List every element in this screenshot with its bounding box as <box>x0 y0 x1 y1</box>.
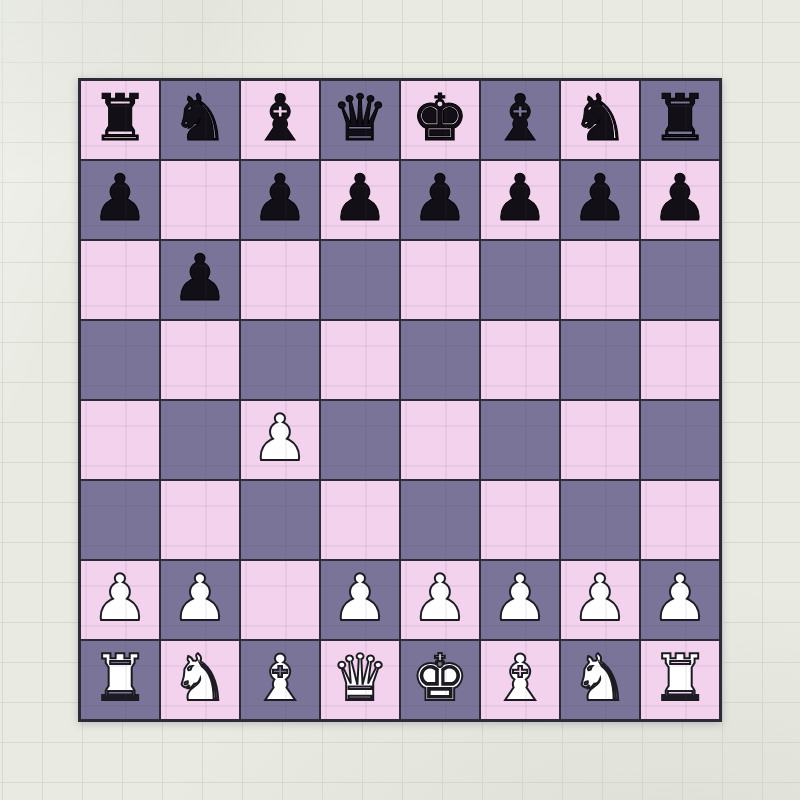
piece-white-knight: ♞ <box>171 646 228 710</box>
piece-black-pawn: ♟ <box>171 246 228 310</box>
chess-board: ♜♞♝♛♚♝♞♜♟♟♟♟♟♟♟♟♟♟♟♟♟♟♟♟♜♞♝♛♚♝♞♜ <box>78 78 722 722</box>
square-b5[interactable] <box>161 321 239 399</box>
piece-white-knight: ♞ <box>571 646 628 710</box>
square-e8[interactable]: ♚ <box>401 81 479 159</box>
square-c1[interactable]: ♝ <box>241 641 319 719</box>
square-a5[interactable] <box>81 321 159 399</box>
square-b2[interactable]: ♟ <box>161 561 239 639</box>
square-b4[interactable] <box>161 401 239 479</box>
square-b6[interactable]: ♟ <box>161 241 239 319</box>
square-a2[interactable]: ♟ <box>81 561 159 639</box>
square-h8[interactable]: ♜ <box>641 81 719 159</box>
piece-white-rook: ♜ <box>651 646 708 710</box>
square-f2[interactable]: ♟ <box>481 561 559 639</box>
square-d8[interactable]: ♛ <box>321 81 399 159</box>
square-h2[interactable]: ♟ <box>641 561 719 639</box>
piece-white-pawn: ♟ <box>571 566 628 630</box>
square-f7[interactable]: ♟ <box>481 161 559 239</box>
square-c2[interactable] <box>241 561 319 639</box>
square-g6[interactable] <box>561 241 639 319</box>
piece-black-king: ♚ <box>411 86 468 150</box>
piece-white-pawn: ♟ <box>251 406 308 470</box>
piece-white-pawn: ♟ <box>491 566 548 630</box>
piece-white-bishop: ♝ <box>251 646 308 710</box>
piece-white-pawn: ♟ <box>91 566 148 630</box>
square-f6[interactable] <box>481 241 559 319</box>
piece-black-pawn: ♟ <box>651 166 708 230</box>
square-e5[interactable] <box>401 321 479 399</box>
square-g5[interactable] <box>561 321 639 399</box>
square-h3[interactable] <box>641 481 719 559</box>
square-g4[interactable] <box>561 401 639 479</box>
square-g1[interactable]: ♞ <box>561 641 639 719</box>
square-a3[interactable] <box>81 481 159 559</box>
piece-white-king: ♚ <box>411 646 468 710</box>
square-b7[interactable] <box>161 161 239 239</box>
square-a6[interactable] <box>81 241 159 319</box>
square-c3[interactable] <box>241 481 319 559</box>
square-f5[interactable] <box>481 321 559 399</box>
square-h7[interactable]: ♟ <box>641 161 719 239</box>
square-a4[interactable] <box>81 401 159 479</box>
piece-black-rook: ♜ <box>91 86 148 150</box>
square-d7[interactable]: ♟ <box>321 161 399 239</box>
piece-black-pawn: ♟ <box>331 166 388 230</box>
square-d5[interactable] <box>321 321 399 399</box>
piece-black-knight: ♞ <box>171 86 228 150</box>
piece-white-pawn: ♟ <box>171 566 228 630</box>
square-d6[interactable] <box>321 241 399 319</box>
square-d2[interactable]: ♟ <box>321 561 399 639</box>
square-a7[interactable]: ♟ <box>81 161 159 239</box>
piece-white-pawn: ♟ <box>331 566 388 630</box>
piece-black-pawn: ♟ <box>91 166 148 230</box>
square-h1[interactable]: ♜ <box>641 641 719 719</box>
piece-white-rook: ♜ <box>91 646 148 710</box>
square-g8[interactable]: ♞ <box>561 81 639 159</box>
square-b1[interactable]: ♞ <box>161 641 239 719</box>
square-g2[interactable]: ♟ <box>561 561 639 639</box>
piece-black-knight: ♞ <box>571 86 628 150</box>
piece-white-bishop: ♝ <box>491 646 548 710</box>
square-e1[interactable]: ♚ <box>401 641 479 719</box>
square-b3[interactable] <box>161 481 239 559</box>
piece-black-bishop: ♝ <box>251 86 308 150</box>
square-b8[interactable]: ♞ <box>161 81 239 159</box>
piece-white-pawn: ♟ <box>651 566 708 630</box>
piece-white-queen: ♛ <box>331 646 388 710</box>
square-f8[interactable]: ♝ <box>481 81 559 159</box>
square-c7[interactable]: ♟ <box>241 161 319 239</box>
square-h5[interactable] <box>641 321 719 399</box>
square-d1[interactable]: ♛ <box>321 641 399 719</box>
square-f1[interactable]: ♝ <box>481 641 559 719</box>
square-d4[interactable] <box>321 401 399 479</box>
piece-white-pawn: ♟ <box>411 566 468 630</box>
square-a8[interactable]: ♜ <box>81 81 159 159</box>
square-e4[interactable] <box>401 401 479 479</box>
square-c6[interactable] <box>241 241 319 319</box>
square-g7[interactable]: ♟ <box>561 161 639 239</box>
square-e2[interactable]: ♟ <box>401 561 479 639</box>
piece-black-bishop: ♝ <box>491 86 548 150</box>
piece-black-pawn: ♟ <box>251 166 308 230</box>
square-e7[interactable]: ♟ <box>401 161 479 239</box>
square-h4[interactable] <box>641 401 719 479</box>
square-e3[interactable] <box>401 481 479 559</box>
square-c5[interactable] <box>241 321 319 399</box>
piece-black-rook: ♜ <box>651 86 708 150</box>
square-h6[interactable] <box>641 241 719 319</box>
square-c8[interactable]: ♝ <box>241 81 319 159</box>
square-a1[interactable]: ♜ <box>81 641 159 719</box>
piece-black-pawn: ♟ <box>411 166 468 230</box>
piece-black-queen: ♛ <box>331 86 388 150</box>
square-g3[interactable] <box>561 481 639 559</box>
square-e6[interactable] <box>401 241 479 319</box>
square-f3[interactable] <box>481 481 559 559</box>
piece-black-pawn: ♟ <box>491 166 548 230</box>
square-d3[interactable] <box>321 481 399 559</box>
piece-black-pawn: ♟ <box>571 166 628 230</box>
square-f4[interactable] <box>481 401 559 479</box>
square-c4[interactable]: ♟ <box>241 401 319 479</box>
